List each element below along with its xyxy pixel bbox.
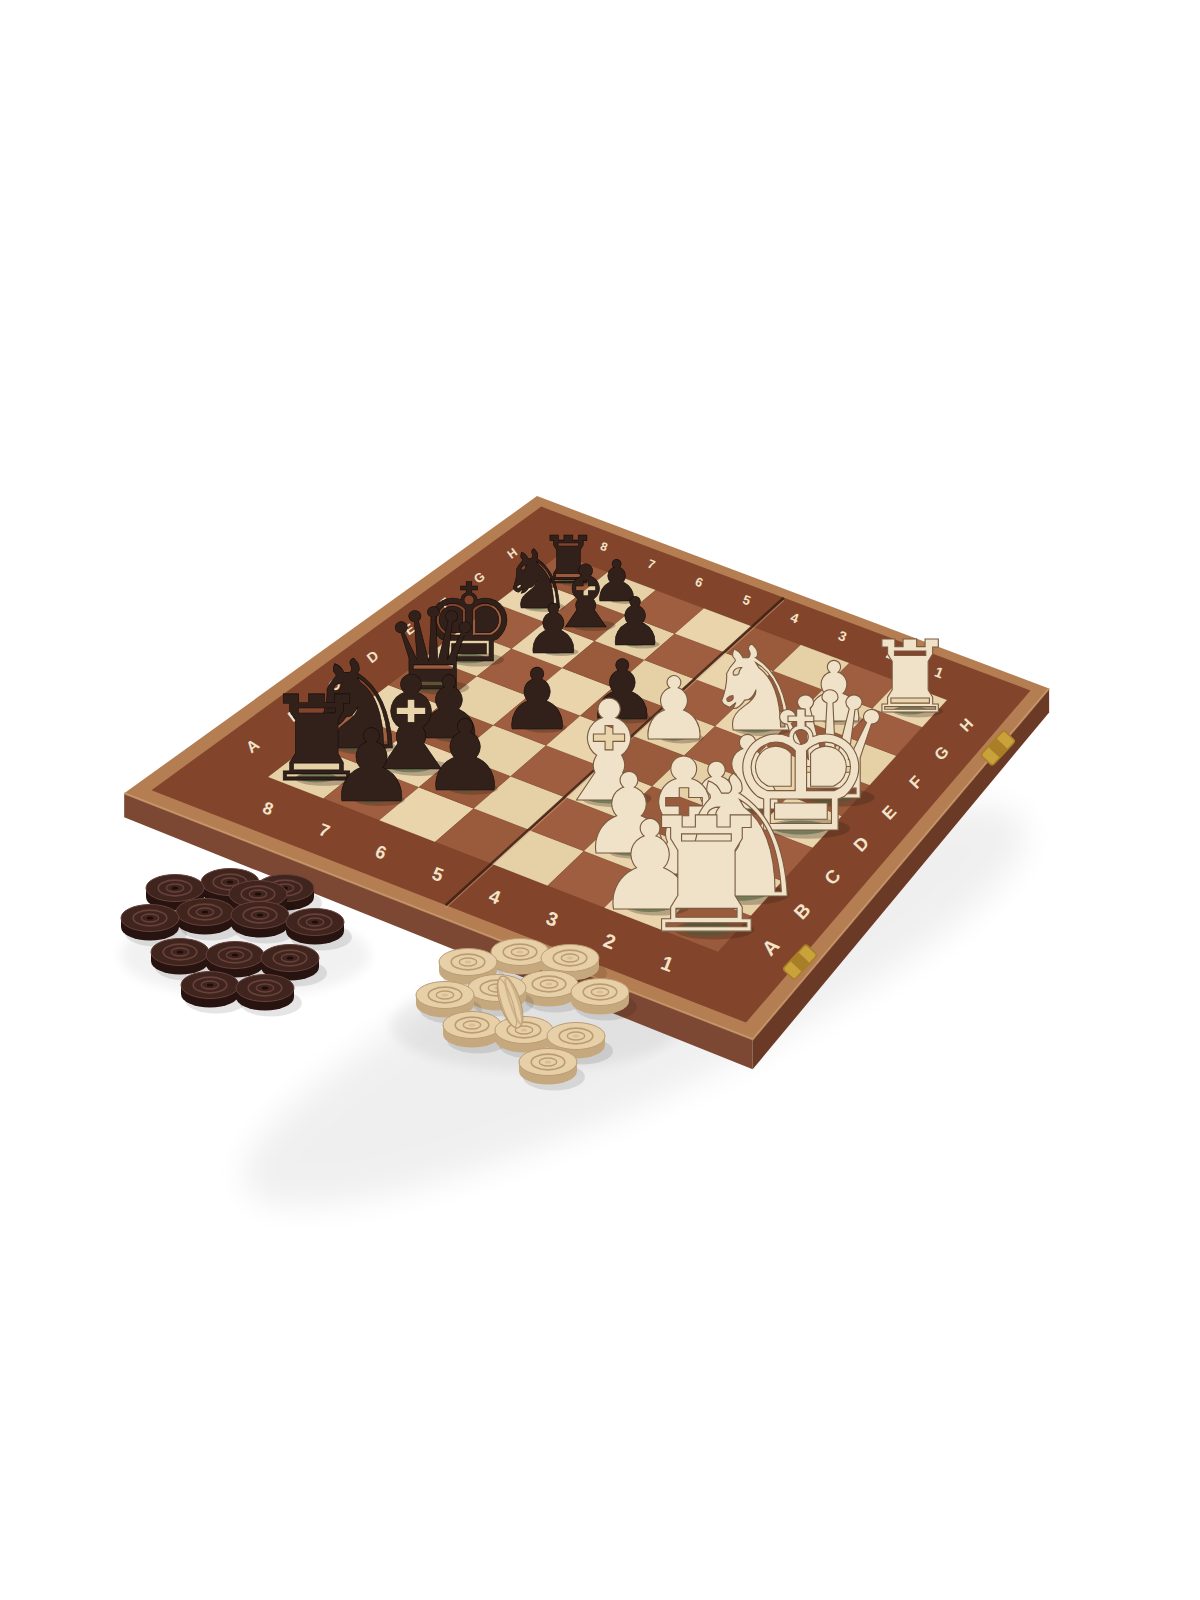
product-photo: AABBCCDDEEFFGGHH1122334455667788♜♟♞♝♟♟♚♛… xyxy=(0,0,1200,1600)
piece-glyph: ♟ xyxy=(421,699,509,813)
piece-glyph: ♟ xyxy=(327,708,417,825)
dark-checker-8 xyxy=(286,909,352,951)
piece-black-pawn-b6: ♟ xyxy=(421,699,509,813)
piece-black-pawn-a7: ♟ xyxy=(327,708,417,825)
chess-checkers-set-scene: AABBCCDDEEFFGGHH1122334455667788♜♟♞♝♟♟♚♛… xyxy=(0,0,1200,1600)
piece-glyph: ♜ xyxy=(635,783,778,969)
piece-white-rook-a1: ♜ xyxy=(635,783,778,969)
